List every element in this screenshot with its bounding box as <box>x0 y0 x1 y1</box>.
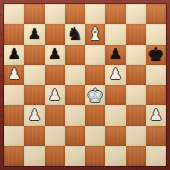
square-a7[interactable] <box>4 24 24 44</box>
square-g6[interactable] <box>126 45 146 65</box>
square-c5[interactable] <box>45 65 65 85</box>
rank-label-2: 2 <box>0 131 2 141</box>
square-g7[interactable] <box>126 24 146 44</box>
rank-label-5: 5 <box>0 70 2 80</box>
white-bishop: ♝ <box>87 25 103 43</box>
square-b8[interactable] <box>24 4 44 24</box>
square-e7[interactable]: ♝ <box>85 24 105 44</box>
square-a1[interactable] <box>4 146 24 166</box>
white-pawn: ♟ <box>149 108 162 123</box>
square-c8[interactable] <box>45 4 65 24</box>
white-pawn: ♟ <box>28 108 41 123</box>
file-label-d: d <box>70 166 80 168</box>
square-c7[interactable] <box>45 24 65 44</box>
square-g2[interactable] <box>126 126 146 146</box>
square-e2[interactable] <box>85 126 105 146</box>
chess-board-frame: ♟♞♝♟♟♟♚♟♟♟♚♟♟ 87654321abcdefgh <box>0 0 170 170</box>
white-pawn: ♟ <box>48 88 61 103</box>
square-e1[interactable] <box>85 146 105 166</box>
white-pawn: ♟ <box>7 67 20 82</box>
square-h6[interactable]: ♚ <box>146 45 166 65</box>
square-a6[interactable]: ♟ <box>4 45 24 65</box>
white-king: ♚ <box>87 86 104 105</box>
square-e3[interactable] <box>85 105 105 125</box>
square-h2[interactable] <box>146 126 166 146</box>
chess-board: ♟♞♝♟♟♟♚♟♟♟♚♟♟ <box>4 4 166 166</box>
file-label-f: f <box>110 166 120 168</box>
rank-label-7: 7 <box>0 29 2 39</box>
square-e4[interactable]: ♚ <box>85 85 105 105</box>
square-d5[interactable] <box>65 65 85 85</box>
square-c4[interactable]: ♟ <box>45 85 65 105</box>
square-g5[interactable] <box>126 65 146 85</box>
square-f5[interactable]: ♟ <box>105 65 125 85</box>
black-pawn: ♟ <box>7 47 20 62</box>
black-pawn: ♟ <box>28 27 41 42</box>
square-c1[interactable] <box>45 146 65 166</box>
square-d7[interactable]: ♞ <box>65 24 85 44</box>
rank-label-6: 6 <box>0 50 2 60</box>
square-e8[interactable] <box>85 4 105 24</box>
square-e5[interactable] <box>85 65 105 85</box>
square-d1[interactable] <box>65 146 85 166</box>
square-c6[interactable]: ♟ <box>45 45 65 65</box>
square-c3[interactable] <box>45 105 65 125</box>
file-label-b: b <box>29 166 39 168</box>
file-label-a: a <box>9 166 19 168</box>
square-h4[interactable] <box>146 85 166 105</box>
square-a8[interactable] <box>4 4 24 24</box>
file-label-g: g <box>131 166 141 168</box>
rank-label-8: 8 <box>0 9 2 19</box>
rank-label-4: 4 <box>0 90 2 100</box>
square-b5[interactable] <box>24 65 44 85</box>
square-g1[interactable] <box>126 146 146 166</box>
square-h7[interactable] <box>146 24 166 44</box>
square-a5[interactable]: ♟ <box>4 65 24 85</box>
square-e6[interactable] <box>85 45 105 65</box>
square-d3[interactable] <box>65 105 85 125</box>
square-g4[interactable] <box>126 85 146 105</box>
square-h5[interactable] <box>146 65 166 85</box>
square-b3[interactable]: ♟ <box>24 105 44 125</box>
square-b4[interactable] <box>24 85 44 105</box>
square-h1[interactable] <box>146 146 166 166</box>
square-g3[interactable] <box>126 105 146 125</box>
square-b7[interactable]: ♟ <box>24 24 44 44</box>
square-f2[interactable] <box>105 126 125 146</box>
square-b1[interactable] <box>24 146 44 166</box>
square-a3[interactable] <box>4 105 24 125</box>
square-f3[interactable] <box>105 105 125 125</box>
square-d4[interactable] <box>65 85 85 105</box>
white-pawn: ♟ <box>109 67 122 82</box>
square-f4[interactable] <box>105 85 125 105</box>
square-f7[interactable] <box>105 24 125 44</box>
square-f8[interactable] <box>105 4 125 24</box>
square-a2[interactable] <box>4 126 24 146</box>
file-label-h: h <box>151 166 161 168</box>
square-d2[interactable] <box>65 126 85 146</box>
square-a4[interactable] <box>4 85 24 105</box>
square-c2[interactable] <box>45 126 65 146</box>
square-b2[interactable] <box>24 126 44 146</box>
black-pawn: ♟ <box>109 47 122 62</box>
rank-label-3: 3 <box>0 110 2 120</box>
square-f1[interactable] <box>105 146 125 166</box>
square-d8[interactable] <box>65 4 85 24</box>
rank-label-1: 1 <box>0 151 2 161</box>
square-h3[interactable]: ♟ <box>146 105 166 125</box>
square-f6[interactable]: ♟ <box>105 45 125 65</box>
square-h8[interactable] <box>146 4 166 24</box>
square-d6[interactable] <box>65 45 85 65</box>
square-g8[interactable] <box>126 4 146 24</box>
black-knight: ♞ <box>67 25 83 43</box>
square-b6[interactable] <box>24 45 44 65</box>
file-label-c: c <box>50 166 60 168</box>
black-pawn: ♟ <box>48 47 61 62</box>
black-king: ♚ <box>147 45 164 64</box>
file-label-e: e <box>90 166 100 168</box>
